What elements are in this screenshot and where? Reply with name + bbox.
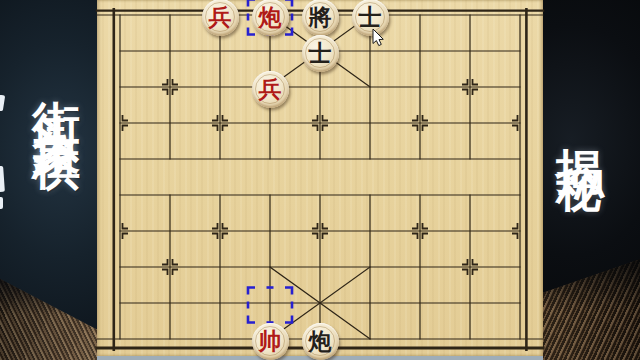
- piece-label: 兵: [209, 5, 232, 28]
- piece-red-soldier-2[interactable]: 兵: [252, 71, 289, 108]
- piece-label: 兵: [259, 77, 282, 100]
- piece-label: 士: [309, 41, 332, 64]
- piece-red-general[interactable]: 帅: [252, 323, 289, 360]
- piece-black-cannon[interactable]: 炮: [302, 323, 339, 360]
- piece-label: 帅: [259, 329, 282, 352]
- video-frame: 街头象棋 揭秘 兵炮將士士兵帅炮: [0, 0, 640, 360]
- piece-label: 將: [309, 5, 332, 28]
- piece-red-soldier-1[interactable]: 兵: [202, 0, 239, 36]
- piece-black-general[interactable]: 將: [302, 0, 339, 36]
- piece-label: 士: [359, 5, 382, 28]
- piece-label: 炮: [309, 329, 332, 352]
- piece-black-advisor-1[interactable]: 士: [352, 0, 389, 36]
- piece-black-advisor-2[interactable]: 士: [302, 35, 339, 72]
- piece-red-cannon[interactable]: 炮: [252, 0, 289, 36]
- piece-label: 炮: [259, 5, 282, 28]
